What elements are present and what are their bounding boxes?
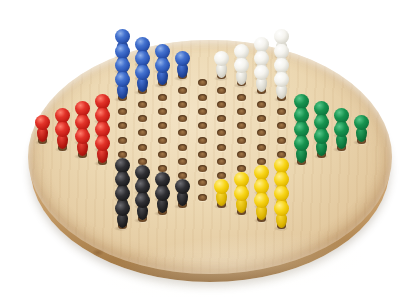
peg-ball xyxy=(175,51,190,66)
peg-ball xyxy=(95,122,110,137)
board-hole[interactable] xyxy=(178,158,187,165)
board-hole[interactable] xyxy=(118,151,127,158)
peg-ball xyxy=(55,122,70,137)
board-hole[interactable] xyxy=(277,137,286,144)
peg-ball xyxy=(314,129,329,144)
board-hole[interactable] xyxy=(178,87,187,94)
peg-ball xyxy=(155,172,170,187)
board-hole[interactable] xyxy=(198,108,207,115)
board-hole[interactable] xyxy=(217,87,226,94)
board-hole[interactable] xyxy=(198,94,207,101)
peg-ball xyxy=(274,158,289,173)
peg-ball xyxy=(115,72,130,87)
peg-ball xyxy=(234,186,249,201)
peg-blue[interactable] xyxy=(134,65,150,93)
peg-yellow[interactable] xyxy=(254,193,270,221)
peg-ball xyxy=(135,165,150,180)
peg-ball xyxy=(135,193,150,208)
board-hole[interactable] xyxy=(138,101,147,108)
board-hole[interactable] xyxy=(277,122,286,129)
board-hole[interactable] xyxy=(118,137,127,144)
peg-ball xyxy=(175,179,190,194)
peg-ball xyxy=(75,101,90,116)
board-hole[interactable] xyxy=(198,79,207,86)
board-hole[interactable] xyxy=(178,144,187,151)
board-hole[interactable] xyxy=(257,158,266,165)
peg-yellow[interactable] xyxy=(274,201,290,229)
peg-ball xyxy=(234,172,249,187)
board-hole[interactable] xyxy=(138,129,147,136)
peg-black[interactable] xyxy=(154,186,170,214)
peg-blue[interactable] xyxy=(174,51,190,79)
peg-ball xyxy=(234,58,249,73)
board-hole[interactable] xyxy=(178,129,187,136)
board-hole[interactable] xyxy=(138,115,147,122)
peg-white[interactable] xyxy=(274,72,290,100)
board-hole[interactable] xyxy=(198,165,207,172)
holes-and-pegs-layer xyxy=(0,0,400,300)
peg-ball xyxy=(155,58,170,73)
peg-red[interactable] xyxy=(55,122,71,150)
peg-ball xyxy=(115,29,130,44)
board-hole[interactable] xyxy=(158,94,167,101)
peg-blue[interactable] xyxy=(154,58,170,86)
peg-black[interactable] xyxy=(174,179,190,207)
peg-ball xyxy=(135,65,150,80)
peg-ball xyxy=(314,115,329,130)
peg-green[interactable] xyxy=(353,115,369,143)
peg-ball xyxy=(214,179,229,194)
board-hole[interactable] xyxy=(277,151,286,158)
peg-red[interactable] xyxy=(74,129,90,157)
board-hole[interactable] xyxy=(178,115,187,122)
peg-ball xyxy=(75,115,90,130)
peg-red[interactable] xyxy=(94,136,110,164)
board-hole[interactable] xyxy=(257,115,266,122)
board-hole[interactable] xyxy=(217,144,226,151)
peg-ball xyxy=(254,179,269,194)
board-hole[interactable] xyxy=(217,158,226,165)
peg-ball xyxy=(354,115,369,130)
peg-ball xyxy=(274,201,289,216)
peg-ball xyxy=(214,51,229,66)
board-hole[interactable] xyxy=(178,172,187,179)
peg-ball xyxy=(294,94,309,109)
board-hole[interactable] xyxy=(217,101,226,108)
peg-white[interactable] xyxy=(254,65,270,93)
peg-ball xyxy=(294,122,309,137)
board-hole[interactable] xyxy=(217,172,226,179)
peg-ball xyxy=(334,122,349,137)
peg-ball xyxy=(274,172,289,187)
peg-black[interactable] xyxy=(134,193,150,221)
board-hole[interactable] xyxy=(118,122,127,129)
peg-white[interactable] xyxy=(234,58,250,86)
board-hole[interactable] xyxy=(257,144,266,151)
board-hole[interactable] xyxy=(118,108,127,115)
peg-ball xyxy=(274,186,289,201)
peg-ball xyxy=(294,136,309,151)
board-hole[interactable] xyxy=(138,144,147,151)
peg-ball xyxy=(254,165,269,180)
peg-ball xyxy=(95,108,110,123)
peg-ball xyxy=(95,94,110,109)
peg-ball xyxy=(115,201,130,216)
board-hole[interactable] xyxy=(198,137,207,144)
peg-ball xyxy=(314,101,329,116)
peg-white[interactable] xyxy=(214,51,230,79)
photo-background xyxy=(0,0,400,300)
peg-ball xyxy=(274,44,289,59)
peg-ball xyxy=(75,129,90,144)
peg-ball xyxy=(254,37,269,52)
board-hole[interactable] xyxy=(198,194,207,201)
peg-ball xyxy=(135,51,150,66)
board-hole[interactable] xyxy=(217,129,226,136)
board-hole[interactable] xyxy=(158,137,167,144)
board-hole[interactable] xyxy=(158,108,167,115)
board-hole[interactable] xyxy=(138,158,147,165)
peg-ball xyxy=(135,37,150,52)
board-hole[interactable] xyxy=(158,151,167,158)
peg-ball xyxy=(254,65,269,80)
peg-ball xyxy=(254,51,269,66)
peg-ball xyxy=(135,179,150,194)
board-hole[interactable] xyxy=(198,122,207,129)
peg-green[interactable] xyxy=(333,122,349,150)
peg-ball xyxy=(55,108,70,123)
peg-green[interactable] xyxy=(314,129,330,157)
board-hole[interactable] xyxy=(198,179,207,186)
peg-ball xyxy=(95,136,110,151)
board-hole[interactable] xyxy=(217,115,226,122)
peg-ball xyxy=(115,172,130,187)
peg-ball xyxy=(254,193,269,208)
peg-blue[interactable] xyxy=(114,72,130,100)
board-hole[interactable] xyxy=(237,122,246,129)
peg-yellow[interactable] xyxy=(214,179,230,207)
board-hole[interactable] xyxy=(237,151,246,158)
peg-ball xyxy=(334,108,349,123)
board-hole[interactable] xyxy=(237,165,246,172)
board-hole[interactable] xyxy=(198,151,207,158)
board-hole[interactable] xyxy=(257,101,266,108)
peg-ball xyxy=(294,108,309,123)
board-hole[interactable] xyxy=(257,129,266,136)
peg-ball xyxy=(274,72,289,87)
board-hole[interactable] xyxy=(237,137,246,144)
peg-ball xyxy=(274,29,289,44)
peg-ball xyxy=(35,115,50,130)
peg-black[interactable] xyxy=(114,201,130,229)
peg-green[interactable] xyxy=(294,136,310,164)
peg-ball xyxy=(115,44,130,59)
peg-ball xyxy=(234,44,249,59)
peg-ball xyxy=(274,58,289,73)
peg-red[interactable] xyxy=(35,115,51,143)
board-hole[interactable] xyxy=(277,108,286,115)
peg-ball xyxy=(155,186,170,201)
peg-ball xyxy=(115,186,130,201)
peg-ball xyxy=(115,58,130,73)
peg-yellow[interactable] xyxy=(234,186,250,214)
peg-ball xyxy=(115,158,130,173)
board-hole[interactable] xyxy=(178,101,187,108)
board-hole[interactable] xyxy=(158,122,167,129)
board-hole[interactable] xyxy=(237,108,246,115)
peg-ball xyxy=(155,44,170,59)
board-hole[interactable] xyxy=(237,94,246,101)
board-hole[interactable] xyxy=(158,165,167,172)
